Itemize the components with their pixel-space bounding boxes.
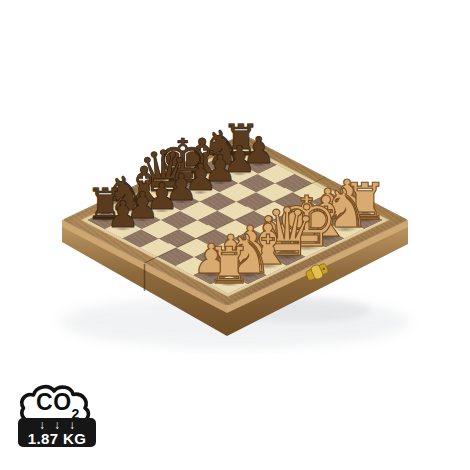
rook-glyph: ♜ xyxy=(207,241,252,291)
co2-badge: CO2 ↓ ↓ ↓ 1.87 KG xyxy=(16,382,100,452)
pawn-glyph: ♟ xyxy=(106,197,139,234)
product-photo: ♜♞♝♛♚♝♞♜♟♟♟♟♟♟♟♟♟♟♟♟♟♟♟♟♜♞♝♛♚♝♞♜ CO2 ↓ ↓… xyxy=(0,0,470,470)
co2-label: CO2 xyxy=(16,391,100,422)
co2-value-box: ↓ ↓ ↓ 1.87 KG xyxy=(18,418,96,447)
co2-text: CO xyxy=(36,389,72,415)
co2-weight: 1.87 KG xyxy=(18,431,96,446)
